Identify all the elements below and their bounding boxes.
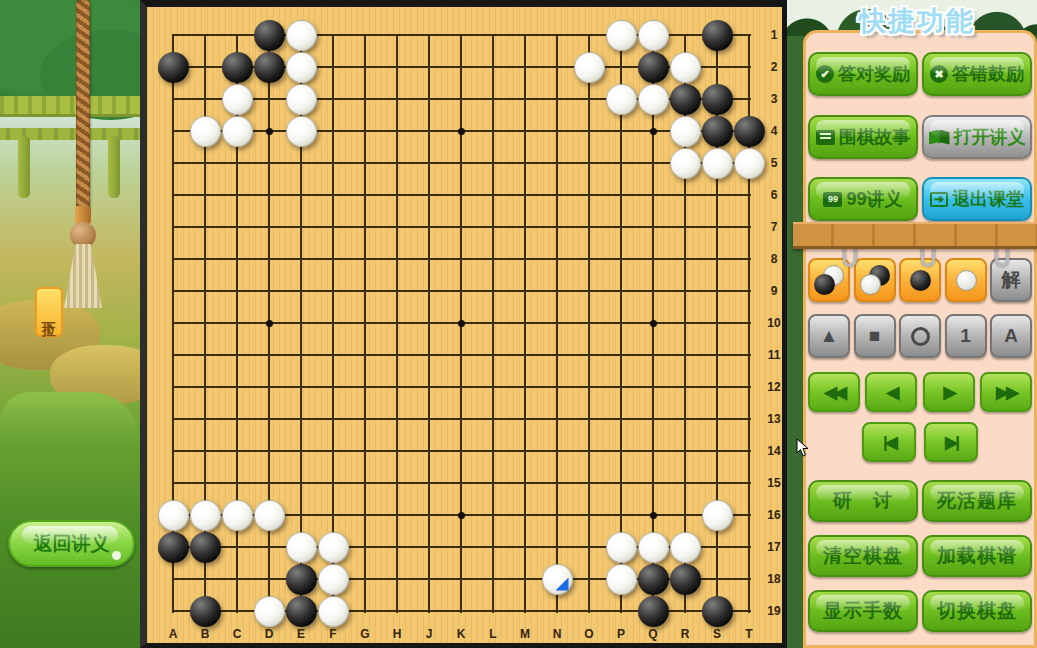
column-label: M [516, 627, 534, 641]
nav-fast-forward-button[interactable]: ▶▶ [980, 372, 1032, 412]
quick-button-go-stories[interactable]: 围棋故事 [808, 115, 918, 159]
white-stone[interactable] [254, 596, 285, 627]
star-point [266, 320, 273, 327]
book-icon [816, 130, 835, 145]
quick-button-exit-class[interactable]: ➔ 退出课堂 [922, 177, 1032, 221]
row-label: 12 [761, 380, 787, 394]
white-stone[interactable] [190, 116, 221, 147]
column-label: G [356, 627, 374, 641]
row-label: 13 [761, 412, 787, 426]
row-label: 19 [761, 604, 787, 618]
nav-step-forward-button[interactable]: ▶ [923, 372, 975, 412]
white-stone[interactable] [222, 84, 253, 115]
row-label: 2 [761, 60, 787, 74]
bamboo-post [18, 136, 30, 198]
row-label: 7 [761, 220, 787, 234]
black-stone[interactable] [702, 84, 733, 115]
app-window: 下拉 返回讲义 ABCDEFGHJKLMNOPQRST1234567891011… [0, 0, 1037, 648]
white-stone[interactable] [638, 84, 669, 115]
star-point [458, 128, 465, 135]
grid-line-vertical [588, 34, 590, 613]
action-show-move-numbers-button[interactable]: 显示手数 [808, 590, 918, 632]
black-stone[interactable] [670, 564, 701, 595]
rope-tassel [64, 244, 102, 308]
pull-down-tag[interactable]: 下拉 [35, 287, 63, 337]
check-circle-icon: ✔ [816, 65, 834, 83]
row-label: 15 [761, 476, 787, 490]
white-stone-icon [956, 270, 977, 291]
black-stone[interactable] [254, 20, 285, 51]
column-label: K [452, 627, 470, 641]
mark-triangle-button[interactable]: ▲ [808, 314, 850, 358]
column-label: A [164, 627, 182, 641]
white-stone[interactable] [318, 564, 349, 595]
sidebar-title: 快捷功能 [800, 3, 1034, 39]
button-label: 死活题库 [937, 488, 1017, 514]
return-button-label: 返回讲义 [34, 531, 110, 557]
white-stone[interactable] [286, 116, 317, 147]
column-label: J [420, 627, 438, 641]
star-point [266, 128, 273, 135]
quick-button-open-handout[interactable]: 打开讲义 [922, 115, 1032, 159]
button-label: 显示手数 [823, 598, 903, 624]
row-label: 9 [761, 284, 787, 298]
black-stone[interactable] [286, 596, 317, 627]
square-mark-icon: ■ [869, 325, 880, 347]
star-point [650, 320, 657, 327]
button-label: 答对奖励 [838, 62, 910, 86]
go-board: ABCDEFGHJKLMNOPQRST123456789101112131415… [140, 0, 787, 648]
white-stone[interactable] [670, 148, 701, 179]
black-stone-icon [814, 274, 835, 295]
row-label: 1 [761, 28, 787, 42]
button-label: 退出课堂 [952, 187, 1024, 211]
button-label: 清空棋盘 [823, 543, 903, 569]
black-stone[interactable] [638, 564, 669, 595]
circle-mark-icon [911, 327, 930, 346]
black-stone[interactable] [734, 116, 765, 147]
triangle-mark-icon: ▲ [820, 325, 839, 347]
fast-rewind-icon: ◀◀ [824, 382, 844, 403]
column-label: F [324, 627, 342, 641]
column-label: N [548, 627, 566, 641]
column-label: L [484, 627, 502, 641]
black-stone[interactable] [158, 52, 189, 83]
column-label: B [196, 627, 214, 641]
return-to-handout-button[interactable]: 返回讲义 [8, 520, 135, 567]
action-tsumego-library-button[interactable]: 死活题库 [922, 480, 1032, 522]
black-stone[interactable] [702, 596, 733, 627]
mark-circle-button[interactable] [899, 314, 941, 358]
white-stone[interactable] [734, 148, 765, 179]
column-label: O [580, 627, 598, 641]
wooden-shelf [793, 222, 1037, 249]
column-label: E [292, 627, 310, 641]
bamboo-post [108, 136, 120, 198]
mouse-cursor [796, 438, 809, 461]
mark-letter-button[interactable]: A [990, 314, 1032, 358]
star-point [458, 512, 465, 519]
black-stone[interactable] [254, 52, 285, 83]
solve-button-label: 解 [1002, 267, 1021, 293]
grid-line-horizontal [172, 386, 751, 388]
black-stone[interactable] [702, 116, 733, 147]
bamboo-pavilion-roof [0, 96, 140, 114]
column-label: R [676, 627, 694, 641]
white-stone[interactable] [222, 116, 253, 147]
white-stone[interactable] [702, 148, 733, 179]
action-clear-board-button[interactable]: 清空棋盘 [808, 535, 918, 577]
row-label: 17 [761, 540, 787, 554]
black-stone[interactable] [190, 532, 221, 563]
blue-triangle-marker [556, 578, 569, 591]
grid-line-vertical [620, 34, 622, 613]
white-stone[interactable] [286, 20, 317, 51]
button-label: 答错鼓励 [952, 62, 1024, 86]
number-mark-icon: 1 [960, 325, 971, 347]
row-label: 16 [761, 508, 787, 522]
white-stone[interactable] [638, 20, 669, 51]
white-stone[interactable] [670, 116, 701, 147]
quick-button-99-handout[interactable]: 99 99讲义 [808, 177, 918, 221]
star-point [458, 320, 465, 327]
stone-mode-black-button[interactable] [899, 258, 941, 302]
white-stone[interactable] [670, 532, 701, 563]
white-stone[interactable] [606, 564, 637, 595]
column-label: S [708, 627, 726, 641]
row-label: 8 [761, 252, 787, 266]
quick-functions-panel: ✔ 答对奖励 ✖ 答错鼓励 围棋故事 打开讲义 [803, 30, 1037, 648]
white-stone[interactable] [190, 500, 221, 531]
row-label: 18 [761, 572, 787, 586]
nav-to-start-button[interactable]: |◀ [862, 422, 916, 462]
nav-to-end-button[interactable]: ▶| [924, 422, 978, 462]
button-label: 切换棋盘 [937, 598, 1017, 624]
black-stone[interactable] [158, 532, 189, 563]
white-stone[interactable] [542, 564, 573, 595]
grid-line-horizontal [172, 418, 751, 420]
row-label: 5 [761, 156, 787, 170]
row-label: 10 [761, 316, 787, 330]
button-label: 打开讲义 [954, 125, 1026, 149]
stone-mode-alt-white-first-button[interactable] [854, 258, 896, 302]
white-stone[interactable] [158, 500, 189, 531]
white-stone[interactable] [670, 52, 701, 83]
stone-mode-white-button[interactable] [945, 258, 987, 302]
quick-button-reward-correct[interactable]: ✔ 答对奖励 [808, 52, 918, 96]
black-stone[interactable] [670, 84, 701, 115]
letter-mark-icon: A [1004, 325, 1018, 347]
column-label: H [388, 627, 406, 641]
button-label: 围棋故事 [839, 125, 911, 149]
white-stone[interactable] [222, 500, 253, 531]
button-label: 99讲义 [846, 187, 902, 211]
nav-fast-rewind-button[interactable]: ◀◀ [808, 372, 860, 412]
mark-number-button[interactable]: 1 [945, 314, 987, 358]
white-stone[interactable] [286, 532, 317, 563]
row-label: 6 [761, 188, 787, 202]
grid-line-horizontal [172, 482, 751, 484]
black-stone[interactable] [638, 52, 669, 83]
grass [0, 392, 140, 452]
white-stone[interactable] [254, 500, 285, 531]
white-stone[interactable] [318, 596, 349, 627]
white-stone-icon [860, 274, 881, 295]
white-stone[interactable] [606, 20, 637, 51]
grid-line-horizontal [172, 450, 751, 452]
nav-step-back-button[interactable]: ◀ [865, 372, 917, 412]
to-end-icon: ▶| [945, 432, 957, 453]
white-stone[interactable] [606, 532, 637, 563]
black-stone[interactable] [222, 52, 253, 83]
grid-line-vertical [524, 34, 526, 613]
left-scenery-panel: 下拉 返回讲义 [0, 0, 140, 648]
white-stone[interactable] [606, 84, 637, 115]
grid-line-vertical [492, 34, 494, 613]
column-label: P [612, 627, 630, 641]
white-stone[interactable] [574, 52, 605, 83]
action-load-record-button[interactable]: 加载棋谱 [922, 535, 1032, 577]
grid-line-vertical [556, 34, 558, 613]
to-start-icon: |◀ [883, 432, 895, 453]
star-point [650, 128, 657, 135]
black-stone[interactable] [190, 596, 221, 627]
x-circle-icon: ✖ [930, 65, 948, 83]
step-back-icon: ◀ [886, 382, 896, 403]
column-label: Q [644, 627, 662, 641]
white-stone[interactable] [702, 500, 733, 531]
quick-button-encourage-wrong[interactable]: ✖ 答错鼓励 [922, 52, 1032, 96]
column-label: T [740, 627, 758, 641]
black-stone-icon [910, 270, 931, 291]
row-label: 4 [761, 124, 787, 138]
exit-door-icon: ➔ [930, 192, 948, 207]
black-stone[interactable] [286, 564, 317, 595]
black-stone[interactable] [638, 596, 669, 627]
row-label: 14 [761, 444, 787, 458]
black-stone[interactable] [702, 20, 733, 51]
step-forward-icon: ▶ [944, 382, 954, 403]
stone-mode-alt-black-first-button[interactable] [808, 258, 850, 302]
button-label: 加载棋谱 [937, 543, 1017, 569]
mark-square-button[interactable]: ■ [854, 314, 896, 358]
white-stone[interactable] [318, 532, 349, 563]
pull-rope[interactable] [76, 0, 90, 212]
white-stone[interactable] [286, 52, 317, 83]
row-label: 3 [761, 92, 787, 106]
book-99-icon: 99 [823, 192, 842, 207]
white-stone[interactable] [638, 532, 669, 563]
action-switch-board-button[interactable]: 切换棋盘 [922, 590, 1032, 632]
action-discuss-button[interactable]: 研 讨 [808, 480, 918, 522]
column-label: D [260, 627, 278, 641]
column-label: C [228, 627, 246, 641]
board-grid[interactable] [173, 35, 749, 611]
fast-forward-icon: ▶▶ [996, 382, 1016, 403]
star-point [650, 512, 657, 519]
row-label: 11 [761, 348, 787, 362]
grid-line-horizontal [172, 354, 751, 356]
button-label: 研 讨 [833, 488, 893, 514]
white-stone[interactable] [286, 84, 317, 115]
open-book-icon [929, 130, 950, 145]
